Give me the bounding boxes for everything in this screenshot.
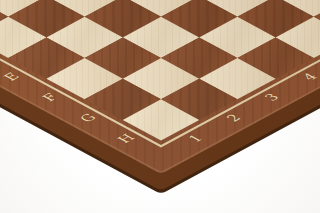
rank-label-4: 4 (300, 71, 320, 82)
rank-label-1: 1 (186, 133, 206, 144)
rank-label-3: 3 (262, 92, 282, 103)
file-label-e: E (1, 71, 22, 82)
chessboard-photo: ABCDEFGH12345678 (0, 0, 320, 213)
rank-label-2: 2 (224, 113, 244, 124)
chessboard: ABCDEFGH12345678 (0, 0, 320, 174)
file-label-h: H (115, 133, 138, 145)
file-label-f: F (40, 92, 60, 103)
file-label-g: G (77, 112, 99, 124)
